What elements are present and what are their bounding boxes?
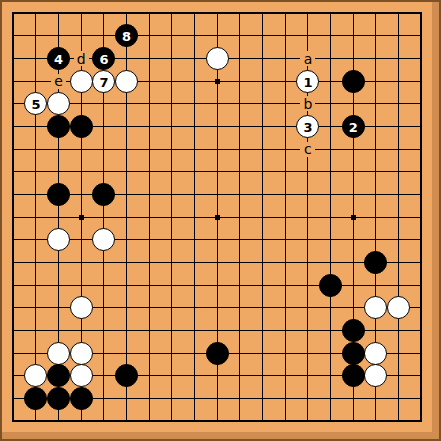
stone-white: [47, 92, 70, 115]
go-board: abcde17538462: [0, 0, 441, 441]
stone-black: [92, 183, 115, 206]
move-number: 7: [99, 75, 108, 88]
stone-black: [206, 342, 229, 365]
point-label-a: a: [300, 51, 315, 66]
stone-white: [70, 364, 93, 387]
stone-white: [387, 296, 410, 319]
stone-white-move-3: 3: [296, 115, 319, 138]
stone-black-move-6: 6: [92, 47, 115, 70]
grid-line-vertical: [285, 12, 286, 422]
star-point: [351, 215, 356, 220]
grid-line-vertical: [239, 12, 240, 422]
stone-black: [47, 115, 70, 138]
point-label-b: b: [300, 96, 315, 111]
stone-white: [115, 70, 138, 93]
stone-white-move-1: 1: [296, 70, 319, 93]
stone-black: [47, 183, 70, 206]
stone-black: [364, 251, 387, 274]
stone-black: [342, 364, 365, 387]
stone-white-move-5: 5: [24, 92, 47, 115]
stone-white: [47, 228, 70, 251]
stone-black: [342, 342, 365, 365]
stone-black: [47, 387, 70, 410]
stone-black: [70, 115, 93, 138]
stone-white: [70, 296, 93, 319]
stone-black: [342, 70, 365, 93]
stone-white: [70, 342, 93, 365]
grid-line-horizontal: [12, 262, 422, 263]
stone-white: [364, 364, 387, 387]
stone-black-move-8: 8: [115, 24, 138, 47]
move-number: 1: [303, 75, 312, 88]
grid-line-vertical: [262, 12, 263, 422]
stone-black-move-4: 4: [47, 47, 70, 70]
move-number: 8: [122, 30, 131, 43]
stone-black: [47, 364, 70, 387]
star-point: [79, 215, 84, 220]
move-number: 6: [99, 53, 108, 66]
stone-white: [364, 296, 387, 319]
stone-black: [319, 274, 342, 297]
stone-black-move-2: 2: [342, 115, 365, 138]
stone-white: [24, 364, 47, 387]
stone-black: [342, 319, 365, 342]
point-label-c: c: [300, 142, 315, 157]
star-point: [215, 215, 220, 220]
stone-black: [24, 387, 47, 410]
star-point: [215, 79, 220, 84]
stone-white-move-7: 7: [92, 70, 115, 93]
move-number: 2: [349, 121, 358, 134]
move-number: 3: [303, 121, 312, 134]
stone-white: [206, 47, 229, 70]
stone-black: [70, 387, 93, 410]
point-label-d: d: [74, 51, 89, 66]
stone-white: [92, 228, 115, 251]
stone-black: [115, 364, 138, 387]
stone-white: [47, 342, 70, 365]
grid-line-vertical: [398, 12, 399, 422]
stone-white: [364, 342, 387, 365]
grid-line-vertical: [420, 12, 422, 422]
grid-line-horizontal: [12, 420, 422, 422]
grid-line-horizontal: [12, 285, 422, 286]
stone-white: [70, 70, 93, 93]
move-number: 4: [54, 53, 63, 66]
grid-line-horizontal: [12, 239, 422, 240]
grid-line-vertical: [330, 12, 331, 422]
move-number: 5: [31, 98, 40, 111]
point-label-e: e: [51, 74, 66, 89]
